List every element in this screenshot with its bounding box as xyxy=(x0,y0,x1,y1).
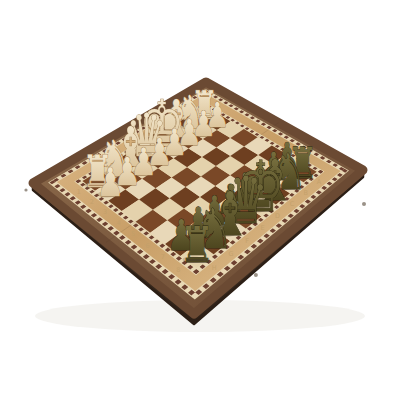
rank-label: 3 xyxy=(103,208,107,216)
rank-label: 5 xyxy=(131,230,135,238)
piece-white-pawn-a2[interactable]: ♟ xyxy=(97,159,125,205)
hinge-pin xyxy=(362,202,366,206)
chessboard: HGFEDCBA12345678♜♟♞♟♝♟♚♟♛♟♝♟♟♞♜♟♟♜♞♟♟♝♟♚… xyxy=(0,0,400,400)
rank-label: 7 xyxy=(161,253,165,261)
rank-label: 2 xyxy=(90,198,94,206)
hinge-pin xyxy=(254,273,258,277)
rank-label: 4 xyxy=(117,219,121,227)
chess-set-photo: HGFEDCBA12345678♜♟♞♟♝♟♚♟♛♟♝♟♟♞♜♟♟♜♞♟♟♝♟♚… xyxy=(0,0,400,400)
file-label: A xyxy=(317,178,322,186)
hinge-pin xyxy=(24,188,27,191)
piece-black-rook-a8[interactable]: ♜ xyxy=(180,216,215,274)
rank-label: 1 xyxy=(77,188,81,196)
rank-label: 6 xyxy=(146,242,150,250)
